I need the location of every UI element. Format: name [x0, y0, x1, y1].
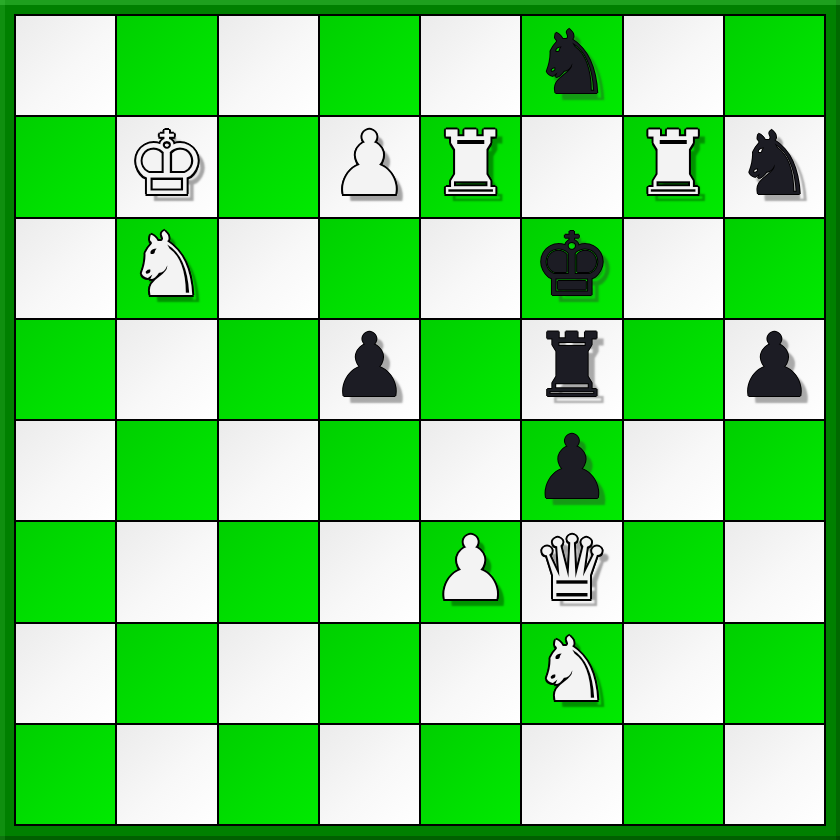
- square-a7[interactable]: [16, 117, 115, 216]
- square-f8[interactable]: ♞: [522, 16, 621, 115]
- square-d2[interactable]: [320, 624, 419, 723]
- square-a1[interactable]: [16, 725, 115, 824]
- black-knight[interactable]: ♞: [735, 120, 814, 208]
- square-b6[interactable]: ♞: [117, 219, 216, 318]
- square-d7[interactable]: ♟: [320, 117, 419, 216]
- square-c6[interactable]: [219, 219, 318, 318]
- square-a4[interactable]: [16, 421, 115, 520]
- white-rook[interactable]: ♜: [431, 120, 510, 208]
- square-d4[interactable]: [320, 421, 419, 520]
- square-c4[interactable]: [219, 421, 318, 520]
- square-d1[interactable]: [320, 725, 419, 824]
- square-b2[interactable]: [117, 624, 216, 723]
- square-g1[interactable]: [624, 725, 723, 824]
- square-h2[interactable]: [725, 624, 824, 723]
- square-g7[interactable]: ♜: [624, 117, 723, 216]
- square-f4[interactable]: ♟: [522, 421, 621, 520]
- square-a8[interactable]: [16, 16, 115, 115]
- square-g4[interactable]: [624, 421, 723, 520]
- square-c1[interactable]: [219, 725, 318, 824]
- square-h3[interactable]: [725, 522, 824, 621]
- black-knight[interactable]: ♞: [532, 19, 611, 107]
- black-rook[interactable]: ♜: [532, 322, 611, 410]
- black-pawn[interactable]: ♟: [330, 322, 409, 410]
- square-f3[interactable]: ♛: [522, 522, 621, 621]
- square-h1[interactable]: [725, 725, 824, 824]
- square-g6[interactable]: [624, 219, 723, 318]
- square-c8[interactable]: [219, 16, 318, 115]
- square-d5[interactable]: ♟: [320, 320, 419, 419]
- square-d8[interactable]: [320, 16, 419, 115]
- square-d3[interactable]: [320, 522, 419, 621]
- black-pawn[interactable]: ♟: [735, 322, 814, 410]
- square-b8[interactable]: [117, 16, 216, 115]
- square-e4[interactable]: [421, 421, 520, 520]
- square-b4[interactable]: [117, 421, 216, 520]
- square-b3[interactable]: [117, 522, 216, 621]
- square-g8[interactable]: [624, 16, 723, 115]
- square-g2[interactable]: [624, 624, 723, 723]
- square-a3[interactable]: [16, 522, 115, 621]
- square-f6[interactable]: ♚: [522, 219, 621, 318]
- white-king[interactable]: ♚: [127, 120, 206, 208]
- square-c2[interactable]: [219, 624, 318, 723]
- square-e8[interactable]: [421, 16, 520, 115]
- square-b1[interactable]: [117, 725, 216, 824]
- square-e7[interactable]: ♜: [421, 117, 520, 216]
- square-a5[interactable]: [16, 320, 115, 419]
- square-d6[interactable]: [320, 219, 419, 318]
- square-g3[interactable]: [624, 522, 723, 621]
- white-queen[interactable]: ♛: [532, 525, 611, 613]
- black-king[interactable]: ♚: [532, 221, 611, 309]
- square-f2[interactable]: ♞: [522, 624, 621, 723]
- square-h7[interactable]: ♞: [725, 117, 824, 216]
- square-c3[interactable]: [219, 522, 318, 621]
- square-f7[interactable]: [522, 117, 621, 216]
- white-knight[interactable]: ♞: [127, 221, 206, 309]
- white-rook[interactable]: ♜: [634, 120, 713, 208]
- square-e5[interactable]: [421, 320, 520, 419]
- board-frame: ♞♚♟♜♜♞♞♚♟♜♟♟♟♛♞: [0, 0, 840, 840]
- square-h5[interactable]: ♟: [725, 320, 824, 419]
- square-g5[interactable]: [624, 320, 723, 419]
- square-e6[interactable]: [421, 219, 520, 318]
- square-e1[interactable]: [421, 725, 520, 824]
- chess-board: ♞♚♟♜♜♞♞♚♟♜♟♟♟♛♞: [14, 14, 826, 826]
- square-h6[interactable]: [725, 219, 824, 318]
- white-knight[interactable]: ♞: [532, 626, 611, 714]
- square-a6[interactable]: [16, 219, 115, 318]
- square-h4[interactable]: [725, 421, 824, 520]
- black-pawn[interactable]: ♟: [532, 424, 611, 512]
- square-h8[interactable]: [725, 16, 824, 115]
- square-b7[interactable]: ♚: [117, 117, 216, 216]
- white-pawn[interactable]: ♟: [431, 525, 510, 613]
- square-e2[interactable]: [421, 624, 520, 723]
- white-pawn[interactable]: ♟: [330, 120, 409, 208]
- square-f1[interactable]: [522, 725, 621, 824]
- square-b5[interactable]: [117, 320, 216, 419]
- square-c5[interactable]: [219, 320, 318, 419]
- square-a2[interactable]: [16, 624, 115, 723]
- square-c7[interactable]: [219, 117, 318, 216]
- square-e3[interactable]: ♟: [421, 522, 520, 621]
- square-f5[interactable]: ♜: [522, 320, 621, 419]
